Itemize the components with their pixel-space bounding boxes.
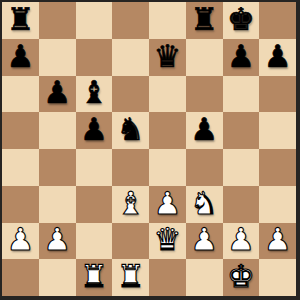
square-h8[interactable] <box>259 2 296 39</box>
square-d1[interactable]: ♜ <box>112 259 149 296</box>
square-f2[interactable]: ♟ <box>186 223 223 260</box>
black-pawn-c5[interactable]: ♟ <box>80 114 108 145</box>
square-a8[interactable]: ♜ <box>2 2 39 39</box>
square-g3[interactable] <box>223 186 260 223</box>
square-c8[interactable] <box>76 2 113 39</box>
square-h1[interactable] <box>259 259 296 296</box>
square-c4[interactable] <box>76 149 113 186</box>
black-king-g8[interactable]: ♚ <box>227 4 255 35</box>
square-c1[interactable]: ♜ <box>76 259 113 296</box>
square-h3[interactable] <box>259 186 296 223</box>
square-a1[interactable] <box>2 259 39 296</box>
square-d3[interactable]: ♝ <box>112 186 149 223</box>
square-g1[interactable]: ♚ <box>223 259 260 296</box>
white-rook-d1[interactable]: ♜ <box>117 261 145 292</box>
square-g6[interactable] <box>223 76 260 113</box>
square-b7[interactable] <box>39 39 76 76</box>
white-king-g1[interactable]: ♚ <box>227 261 255 292</box>
square-c7[interactable] <box>76 39 113 76</box>
white-knight-f3[interactable]: ♞ <box>190 188 218 219</box>
square-d8[interactable] <box>112 2 149 39</box>
white-pawn-h2[interactable]: ♟ <box>264 224 292 255</box>
board-frame: ♜♜♚♟♛♟♟♟♝♟♞♟♝♟♞♟♟♛♟♟♟♜♜♚ <box>0 0 300 300</box>
square-d7[interactable] <box>112 39 149 76</box>
black-pawn-b6[interactable]: ♟ <box>43 77 71 108</box>
white-queen-e2[interactable]: ♛ <box>153 224 181 255</box>
black-rook-f8[interactable]: ♜ <box>190 4 218 35</box>
white-pawn-g2[interactable]: ♟ <box>227 224 255 255</box>
white-rook-c1[interactable]: ♜ <box>80 261 108 292</box>
square-e5[interactable] <box>149 112 186 149</box>
square-f4[interactable] <box>186 149 223 186</box>
square-h6[interactable] <box>259 76 296 113</box>
black-pawn-a7[interactable]: ♟ <box>6 41 34 72</box>
square-a7[interactable]: ♟ <box>2 39 39 76</box>
square-f1[interactable] <box>186 259 223 296</box>
square-c6[interactable]: ♝ <box>76 76 113 113</box>
square-d6[interactable] <box>112 76 149 113</box>
square-b2[interactable]: ♟ <box>39 223 76 260</box>
square-h4[interactable] <box>259 149 296 186</box>
chess-board: ♜♜♚♟♛♟♟♟♝♟♞♟♝♟♞♟♟♛♟♟♟♜♜♚ <box>2 2 296 296</box>
square-a4[interactable] <box>2 149 39 186</box>
square-g2[interactable]: ♟ <box>223 223 260 260</box>
square-f6[interactable] <box>186 76 223 113</box>
square-f3[interactable]: ♞ <box>186 186 223 223</box>
square-f7[interactable] <box>186 39 223 76</box>
square-g8[interactable]: ♚ <box>223 2 260 39</box>
square-d2[interactable] <box>112 223 149 260</box>
square-c2[interactable] <box>76 223 113 260</box>
square-e7[interactable]: ♛ <box>149 39 186 76</box>
square-b6[interactable]: ♟ <box>39 76 76 113</box>
square-e3[interactable]: ♟ <box>149 186 186 223</box>
square-e2[interactable]: ♛ <box>149 223 186 260</box>
white-pawn-a2[interactable]: ♟ <box>6 224 34 255</box>
square-b5[interactable] <box>39 112 76 149</box>
black-queen-e7[interactable]: ♛ <box>153 41 181 72</box>
square-e4[interactable] <box>149 149 186 186</box>
square-d5[interactable]: ♞ <box>112 112 149 149</box>
square-b4[interactable] <box>39 149 76 186</box>
black-pawn-g7[interactable]: ♟ <box>227 41 255 72</box>
square-f8[interactable]: ♜ <box>186 2 223 39</box>
square-a2[interactable]: ♟ <box>2 223 39 260</box>
black-bishop-c6[interactable]: ♝ <box>80 77 108 108</box>
square-f5[interactable]: ♟ <box>186 112 223 149</box>
square-g7[interactable]: ♟ <box>223 39 260 76</box>
square-b3[interactable] <box>39 186 76 223</box>
white-bishop-d3[interactable]: ♝ <box>117 188 145 219</box>
square-g4[interactable] <box>223 149 260 186</box>
black-pawn-f5[interactable]: ♟ <box>190 114 218 145</box>
square-h7[interactable]: ♟ <box>259 39 296 76</box>
white-pawn-b2[interactable]: ♟ <box>43 224 71 255</box>
black-knight-d5[interactable]: ♞ <box>117 114 145 145</box>
square-a5[interactable] <box>2 112 39 149</box>
square-g5[interactable] <box>223 112 260 149</box>
white-pawn-f2[interactable]: ♟ <box>190 224 218 255</box>
black-rook-a8[interactable]: ♜ <box>6 4 34 35</box>
white-pawn-e3[interactable]: ♟ <box>153 188 181 219</box>
black-pawn-h7[interactable]: ♟ <box>264 41 292 72</box>
square-h5[interactable] <box>259 112 296 149</box>
square-c3[interactable] <box>76 186 113 223</box>
square-e8[interactable] <box>149 2 186 39</box>
square-c5[interactable]: ♟ <box>76 112 113 149</box>
square-d4[interactable] <box>112 149 149 186</box>
square-b1[interactable] <box>39 259 76 296</box>
square-b8[interactable] <box>39 2 76 39</box>
square-a6[interactable] <box>2 76 39 113</box>
square-e1[interactable] <box>149 259 186 296</box>
square-a3[interactable] <box>2 186 39 223</box>
square-e6[interactable] <box>149 76 186 113</box>
square-h2[interactable]: ♟ <box>259 223 296 260</box>
